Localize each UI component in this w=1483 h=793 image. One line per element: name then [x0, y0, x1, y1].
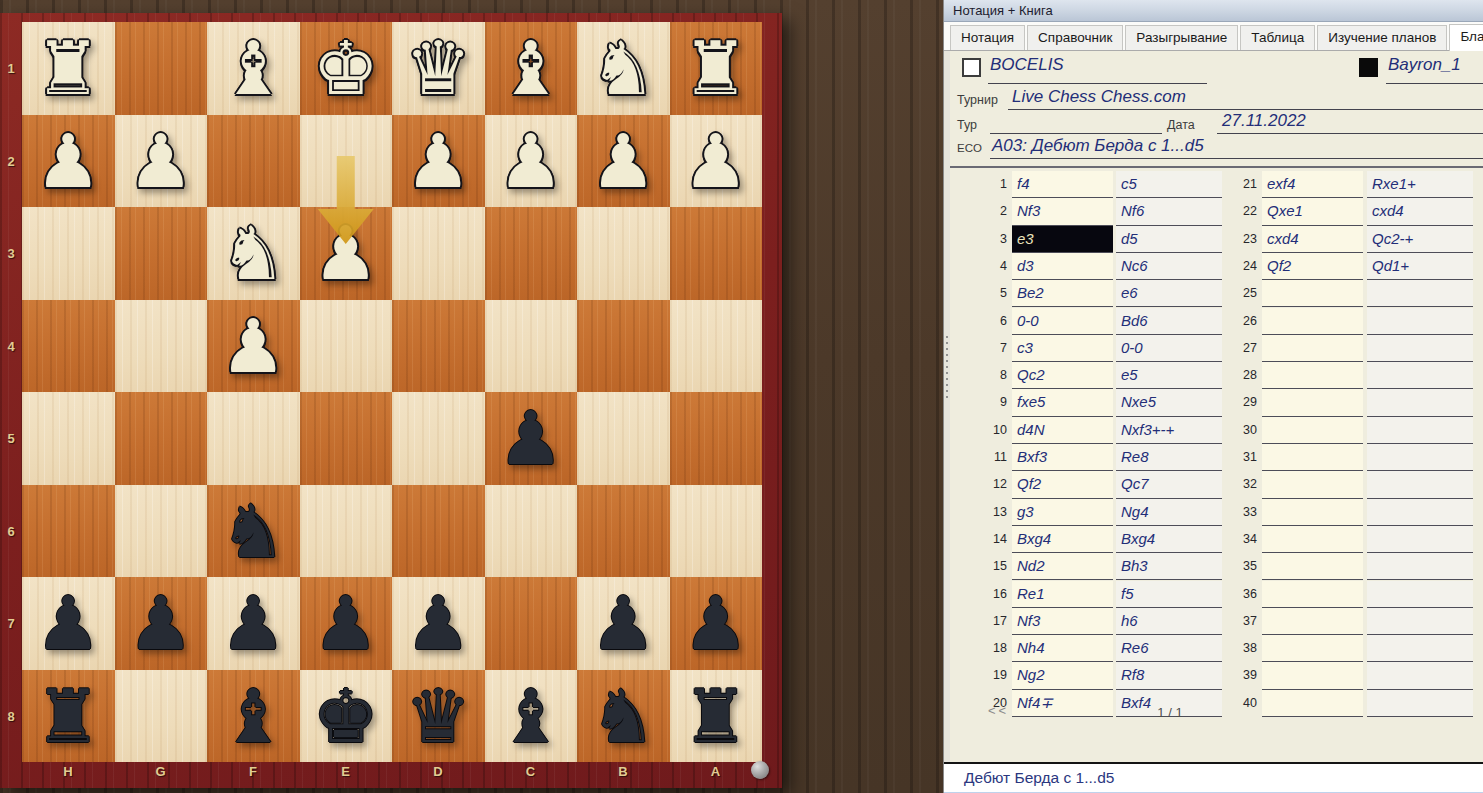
move-16-white[interactable]: Re1: [1012, 581, 1113, 608]
move-7-black[interactable]: 0-0: [1116, 335, 1222, 362]
move-17-white[interactable]: Nf3: [1012, 608, 1113, 635]
board-resize-handle[interactable]: [751, 761, 769, 779]
square-g7[interactable]: ♟: [115, 577, 208, 670]
move-36-white[interactable]: [1262, 581, 1363, 608]
move-number-46: 46: [1457, 308, 1483, 335]
move-23-white[interactable]: cxd4: [1262, 226, 1363, 253]
square-e4[interactable]: [300, 300, 393, 393]
square-c8[interactable]: ♝: [485, 670, 578, 763]
move-number-50: 50: [1457, 417, 1483, 444]
move-21-white[interactable]: exf4: [1262, 171, 1363, 198]
move-number-10: 10: [964, 417, 1007, 444]
move-number-3: 3: [964, 226, 1007, 253]
status-bar: Дебют Берда с 1...d5: [944, 762, 1483, 793]
move-number-18: 18: [964, 635, 1007, 662]
square-d7[interactable]: ♟: [392, 577, 485, 670]
square-f2[interactable]: [207, 115, 300, 208]
move-40-white[interactable]: [1262, 690, 1363, 717]
black-rook-a8[interactable]: ♜: [670, 670, 763, 763]
move-17-black[interactable]: h6: [1116, 608, 1222, 635]
move-15-black[interactable]: Bh3: [1116, 553, 1222, 580]
square-h3[interactable]: [22, 207, 115, 300]
square-e5[interactable]: [300, 392, 393, 485]
black-pawn-b7[interactable]: ♟: [577, 577, 670, 670]
move-16-black[interactable]: f5: [1116, 581, 1222, 608]
square-b2[interactable]: ♟: [577, 115, 670, 208]
square-a6[interactable]: [670, 485, 763, 578]
white-knight-f3[interactable]: ♞: [207, 207, 300, 300]
move-4-black[interactable]: Nc6: [1116, 253, 1222, 280]
white-pawn-a2[interactable]: ♟: [670, 115, 763, 208]
move-number-22: 22: [1214, 198, 1257, 225]
square-a5[interactable]: [670, 392, 763, 485]
rank-label-2: 2: [0, 154, 22, 169]
black-pawn-e7[interactable]: ♟: [300, 577, 393, 670]
move-31-white[interactable]: [1262, 444, 1363, 471]
white-pawn-b2[interactable]: ♟: [577, 115, 670, 208]
white-queen-d1[interactable]: ♛: [392, 22, 485, 115]
rank-label-3: 3: [0, 246, 22, 261]
round-underline: [990, 133, 1162, 134]
white-pawn-f4[interactable]: ♟: [207, 300, 300, 393]
header-divider: [950, 166, 1483, 168]
move-5-black[interactable]: e6: [1116, 280, 1222, 307]
tournament-underline: [1008, 109, 1483, 110]
black-pawn-g7[interactable]: ♟: [115, 577, 208, 670]
file-label-a: A: [705, 764, 727, 779]
square-a8[interactable]: ♜: [670, 670, 763, 763]
chess-board: ♜♝♚♛♝♞♜♟♟♟♟♟♟♞♟♟♟♞♟♟♟♟♟♟♟♜♝♚♛♝♞♜ 1234567…: [0, 13, 782, 788]
rank-label-7: 7: [0, 616, 22, 631]
tab-3[interactable]: Разыгрывание: [1125, 25, 1238, 50]
move-number-54: 54: [1457, 526, 1483, 553]
move-11-white[interactable]: Bxf3: [1012, 444, 1113, 471]
move-39-white[interactable]: [1262, 662, 1363, 689]
square-h7[interactable]: ♟: [22, 577, 115, 670]
black-pawn-c5[interactable]: ♟: [485, 392, 578, 485]
white-bishop-f1[interactable]: ♝: [207, 22, 300, 115]
square-c3[interactable]: [485, 207, 578, 300]
board-grid: ♜♝♚♛♝♞♜♟♟♟♟♟♟♞♟♟♟♞♟♟♟♟♟♟♟♜♝♚♛♝♞♜: [22, 22, 762, 762]
scoresheet: BOCELIS Bayron_1 Турнир Live Chess Chess…: [950, 51, 1483, 762]
eco-underline: [990, 158, 1483, 159]
move-7-white[interactable]: c3: [1012, 335, 1113, 362]
file-label-c: C: [520, 764, 542, 779]
move-3-white[interactable]: e3: [1012, 226, 1113, 253]
square-d5[interactable]: [392, 392, 485, 485]
move-30-white[interactable]: [1262, 417, 1363, 444]
move-number-2: 2: [964, 198, 1007, 225]
pager-page-indicator: 1 / 1: [1110, 705, 1230, 720]
move-number-43: 43: [1457, 226, 1483, 253]
white-player-name: BOCELIS: [990, 55, 1064, 75]
move-38-white[interactable]: [1262, 635, 1363, 662]
eco-value: A03: Дебют Берда с 1...d5: [992, 136, 1204, 156]
square-b4[interactable]: [577, 300, 670, 393]
move-number-19: 19: [964, 662, 1007, 689]
white-pawn-c2[interactable]: ♟: [485, 115, 578, 208]
black-player-underline: [1386, 83, 1483, 84]
notation-panel: Нотация + Книга НотацияСправочникРазыгры…: [943, 0, 1483, 793]
square-f4[interactable]: ♟: [207, 300, 300, 393]
white-knight-b1[interactable]: ♞: [577, 22, 670, 115]
white-player-underline: [988, 83, 1207, 84]
move-9-black[interactable]: Nxe5: [1116, 389, 1222, 416]
move-number-33: 33: [1214, 499, 1257, 526]
square-e7[interactable]: ♟: [300, 577, 393, 670]
square-d4[interactable]: [392, 300, 485, 393]
move-14-white[interactable]: Bxg4: [1012, 526, 1113, 553]
move-number-59: 59: [1457, 662, 1483, 689]
tab-5[interactable]: Изучение планов: [1317, 25, 1447, 50]
file-label-e: E: [335, 764, 357, 779]
square-g5[interactable]: [115, 392, 208, 485]
white-pawn-e3[interactable]: ♟: [300, 207, 393, 300]
black-color-icon: [1359, 58, 1378, 77]
move-number-17: 17: [964, 608, 1007, 635]
file-label-d: D: [427, 764, 449, 779]
move-37-white[interactable]: [1262, 608, 1363, 635]
rank-label-1: 1: [0, 61, 22, 76]
date-underline: [1217, 133, 1483, 134]
round-label: Тур: [957, 118, 977, 132]
splitter-grip-icon: [946, 336, 948, 400]
move-18-white[interactable]: Nh4: [1012, 635, 1113, 662]
eco-label: ECO: [957, 142, 982, 154]
move-1-black[interactable]: c5: [1116, 171, 1222, 198]
move-6-white[interactable]: 0-0: [1012, 308, 1113, 335]
move-12-white[interactable]: Qf2: [1012, 471, 1113, 498]
move-28-white[interactable]: [1262, 362, 1363, 389]
square-f1[interactable]: ♝: [207, 22, 300, 115]
square-g8[interactable]: [115, 670, 208, 763]
move-number-49: 49: [1457, 389, 1483, 416]
move-20-white[interactable]: Nf4∓: [1012, 690, 1113, 717]
move-13-black[interactable]: Ng4: [1116, 499, 1222, 526]
square-d8[interactable]: ♛: [392, 670, 485, 763]
square-f8[interactable]: ♝: [207, 670, 300, 763]
move-1-white[interactable]: f4: [1012, 171, 1113, 198]
move-19-white[interactable]: Ng2: [1012, 662, 1113, 689]
move-number-38: 38: [1214, 635, 1257, 662]
square-e8[interactable]: ♚: [300, 670, 393, 763]
square-c2[interactable]: ♟: [485, 115, 578, 208]
file-label-g: G: [150, 764, 172, 779]
move-number-6: 6: [964, 308, 1007, 335]
square-b1[interactable]: ♞: [577, 22, 670, 115]
move-number-60: 60: [1457, 690, 1483, 717]
square-e3[interactable]: ♟: [300, 207, 393, 300]
move-number-13: 13: [964, 499, 1007, 526]
move-26-white[interactable]: [1262, 308, 1363, 335]
move-2-white[interactable]: Nf3: [1012, 198, 1113, 225]
rank-label-8: 8: [0, 709, 22, 724]
move-19-black[interactable]: Rf8: [1116, 662, 1222, 689]
square-b6[interactable]: [577, 485, 670, 578]
move-34-white[interactable]: [1262, 526, 1363, 553]
square-g1[interactable]: [115, 22, 208, 115]
black-bishop-f8[interactable]: ♝: [207, 670, 300, 763]
square-g6[interactable]: [115, 485, 208, 578]
square-f7[interactable]: ♟: [207, 577, 300, 670]
square-a4[interactable]: [670, 300, 763, 393]
move-number-34: 34: [1214, 526, 1257, 553]
white-pawn-h2[interactable]: ♟: [22, 115, 115, 208]
white-pawn-d2[interactable]: ♟: [392, 115, 485, 208]
app-screen: ♜♝♚♛♝♞♜♟♟♟♟♟♟♞♟♟♟♞♟♟♟♟♟♟♟♜♝♚♛♝♞♜ 1234567…: [0, 0, 1483, 793]
square-e1[interactable]: ♚: [300, 22, 393, 115]
black-king-e8[interactable]: ♚: [300, 670, 393, 763]
square-a2[interactable]: ♟: [670, 115, 763, 208]
square-b3[interactable]: [577, 207, 670, 300]
tab-4[interactable]: Таблица: [1240, 25, 1315, 50]
move-10-black[interactable]: Nxf3+-+: [1116, 417, 1222, 444]
move-number-58: 58: [1457, 635, 1483, 662]
rank-label-5: 5: [0, 431, 22, 446]
move-24-white[interactable]: Qf2: [1262, 253, 1363, 280]
move-number-28: 28: [1214, 362, 1257, 389]
pager-back-button[interactable]: <<: [988, 703, 1009, 718]
white-rook-a1[interactable]: ♜: [670, 22, 763, 115]
tab-6[interactable]: Бланк: [1449, 24, 1483, 51]
move-number-36: 36: [1214, 581, 1257, 608]
move-8-white[interactable]: Qc2: [1012, 362, 1113, 389]
tab-strip: НотацияСправочникРазыгрываниеТаблицаИзуч…: [944, 22, 1483, 51]
move-32-white[interactable]: [1262, 471, 1363, 498]
move-10-white[interactable]: d4N: [1012, 417, 1113, 444]
move-number-51: 51: [1457, 444, 1483, 471]
black-pawn-f7[interactable]: ♟: [207, 577, 300, 670]
move-number-32: 32: [1214, 471, 1257, 498]
square-d3[interactable]: [392, 207, 485, 300]
square-c1[interactable]: ♝: [485, 22, 578, 115]
move-22-white[interactable]: Qxe1: [1262, 198, 1363, 225]
move-number-41: 41: [1457, 171, 1483, 198]
move-3-black[interactable]: d5: [1116, 226, 1222, 253]
square-h1[interactable]: ♜: [22, 22, 115, 115]
square-b7[interactable]: ♟: [577, 577, 670, 670]
square-c6[interactable]: [485, 485, 578, 578]
move-number-9: 9: [964, 389, 1007, 416]
square-f5[interactable]: [207, 392, 300, 485]
move-number-45: 45: [1457, 280, 1483, 307]
square-g3[interactable]: [115, 207, 208, 300]
move-number-8: 8: [964, 362, 1007, 389]
move-number-55: 55: [1457, 553, 1483, 580]
move-13-white[interactable]: g3: [1012, 499, 1113, 526]
move-5-white[interactable]: Be2: [1012, 280, 1113, 307]
move-4-white[interactable]: d3: [1012, 253, 1113, 280]
move-number-16: 16: [964, 581, 1007, 608]
status-text: Дебют Берда с 1...d5: [964, 769, 1114, 787]
move-number-53: 53: [1457, 499, 1483, 526]
move-number-44: 44: [1457, 253, 1483, 280]
move-number-14: 14: [964, 526, 1007, 553]
move-8-black[interactable]: e5: [1116, 362, 1222, 389]
square-b8[interactable]: ♞: [577, 670, 670, 763]
black-pawn-a7[interactable]: ♟: [670, 577, 763, 670]
white-rook-h1[interactable]: ♜: [22, 22, 115, 115]
move-number-25: 25: [1214, 280, 1257, 307]
move-number-23: 23: [1214, 226, 1257, 253]
move-number-35: 35: [1214, 553, 1257, 580]
move-number-26: 26: [1214, 308, 1257, 335]
square-g2[interactable]: ♟: [115, 115, 208, 208]
move-number-30: 30: [1214, 417, 1257, 444]
tournament-value: Live Chess Chess.com: [1012, 87, 1186, 107]
move-number-27: 27: [1214, 335, 1257, 362]
square-c4[interactable]: [485, 300, 578, 393]
white-color-icon: [962, 58, 981, 77]
move-number-7: 7: [964, 335, 1007, 362]
move-number-52: 52: [1457, 471, 1483, 498]
move-number-42: 42: [1457, 198, 1483, 225]
square-f6[interactable]: ♞: [207, 485, 300, 578]
move-number-21: 21: [1214, 171, 1257, 198]
move-2-black[interactable]: Nf6: [1116, 198, 1222, 225]
move-number-24: 24: [1214, 253, 1257, 280]
black-rook-h8[interactable]: ♜: [22, 670, 115, 763]
move-number-12: 12: [964, 471, 1007, 498]
square-e6[interactable]: [300, 485, 393, 578]
move-number-15: 15: [964, 553, 1007, 580]
rank-label-4: 4: [0, 339, 22, 354]
square-a1[interactable]: ♜: [670, 22, 763, 115]
square-e2[interactable]: [300, 115, 393, 208]
square-d6[interactable]: [392, 485, 485, 578]
square-f3[interactable]: ♞: [207, 207, 300, 300]
move-number-31: 31: [1214, 444, 1257, 471]
square-d1[interactable]: ♛: [392, 22, 485, 115]
move-33-white[interactable]: [1262, 499, 1363, 526]
black-pawn-d7[interactable]: ♟: [392, 577, 485, 670]
white-pawn-g2[interactable]: ♟: [115, 115, 208, 208]
black-bishop-c8[interactable]: ♝: [485, 670, 578, 763]
move-number-39: 39: [1214, 662, 1257, 689]
file-label-h: H: [57, 764, 79, 779]
move-number-37: 37: [1214, 608, 1257, 635]
square-h6[interactable]: [22, 485, 115, 578]
square-h5[interactable]: [22, 392, 115, 485]
move-29-white[interactable]: [1262, 389, 1363, 416]
date-label: Дата: [1167, 118, 1195, 132]
black-pawn-h7[interactable]: ♟: [22, 577, 115, 670]
square-c7[interactable]: [485, 577, 578, 670]
square-g4[interactable]: [115, 300, 208, 393]
square-d2[interactable]: ♟: [392, 115, 485, 208]
move-number-56: 56: [1457, 581, 1483, 608]
tab-2[interactable]: Справочник: [1027, 25, 1123, 50]
black-knight-f6[interactable]: ♞: [207, 485, 300, 578]
black-player-name: Bayron_1: [1388, 55, 1461, 75]
square-c5[interactable]: ♟: [485, 392, 578, 485]
tournament-label: Турнир: [957, 93, 998, 107]
square-a7[interactable]: ♟: [670, 577, 763, 670]
move-12-black[interactable]: Qc7: [1116, 471, 1222, 498]
move-35-white[interactable]: [1262, 553, 1363, 580]
move-11-black[interactable]: Re8: [1116, 444, 1222, 471]
move-number-1: 1: [964, 171, 1007, 198]
move-14-black[interactable]: Bxg4: [1116, 526, 1222, 553]
square-h8[interactable]: ♜: [22, 670, 115, 763]
file-label-b: B: [612, 764, 634, 779]
move-18-black[interactable]: Re6: [1116, 635, 1222, 662]
move-number-29: 29: [1214, 389, 1257, 416]
move-25-white[interactable]: [1262, 280, 1363, 307]
white-king-e1[interactable]: ♚: [300, 22, 393, 115]
file-label-f: F: [242, 764, 264, 779]
move-number-57: 57: [1457, 608, 1483, 635]
square-a3[interactable]: [670, 207, 763, 300]
tab-1[interactable]: Нотация: [950, 25, 1025, 50]
panel-titlebar[interactable]: Нотация + Книга: [944, 0, 1483, 22]
move-number-48: 48: [1457, 362, 1483, 389]
move-27-white[interactable]: [1262, 335, 1363, 362]
move-9-white[interactable]: fxe5: [1012, 389, 1113, 416]
move-number-4: 4: [964, 253, 1007, 280]
square-h2[interactable]: ♟: [22, 115, 115, 208]
square-b5[interactable]: [577, 392, 670, 485]
square-h4[interactable]: [22, 300, 115, 393]
date-value: 27.11.2022: [1222, 111, 1306, 131]
panel-title: Нотация + Книга: [953, 3, 1053, 18]
move-number-47: 47: [1457, 335, 1483, 362]
move-number-5: 5: [964, 280, 1007, 307]
move-15-white[interactable]: Nd2: [1012, 553, 1113, 580]
rank-label-6: 6: [0, 524, 22, 539]
move-6-black[interactable]: Bd6: [1116, 308, 1222, 335]
black-knight-b8[interactable]: ♞: [577, 670, 670, 763]
black-queen-d8[interactable]: ♛: [392, 670, 485, 763]
white-bishop-c1[interactable]: ♝: [485, 22, 578, 115]
move-number-11: 11: [964, 444, 1007, 471]
